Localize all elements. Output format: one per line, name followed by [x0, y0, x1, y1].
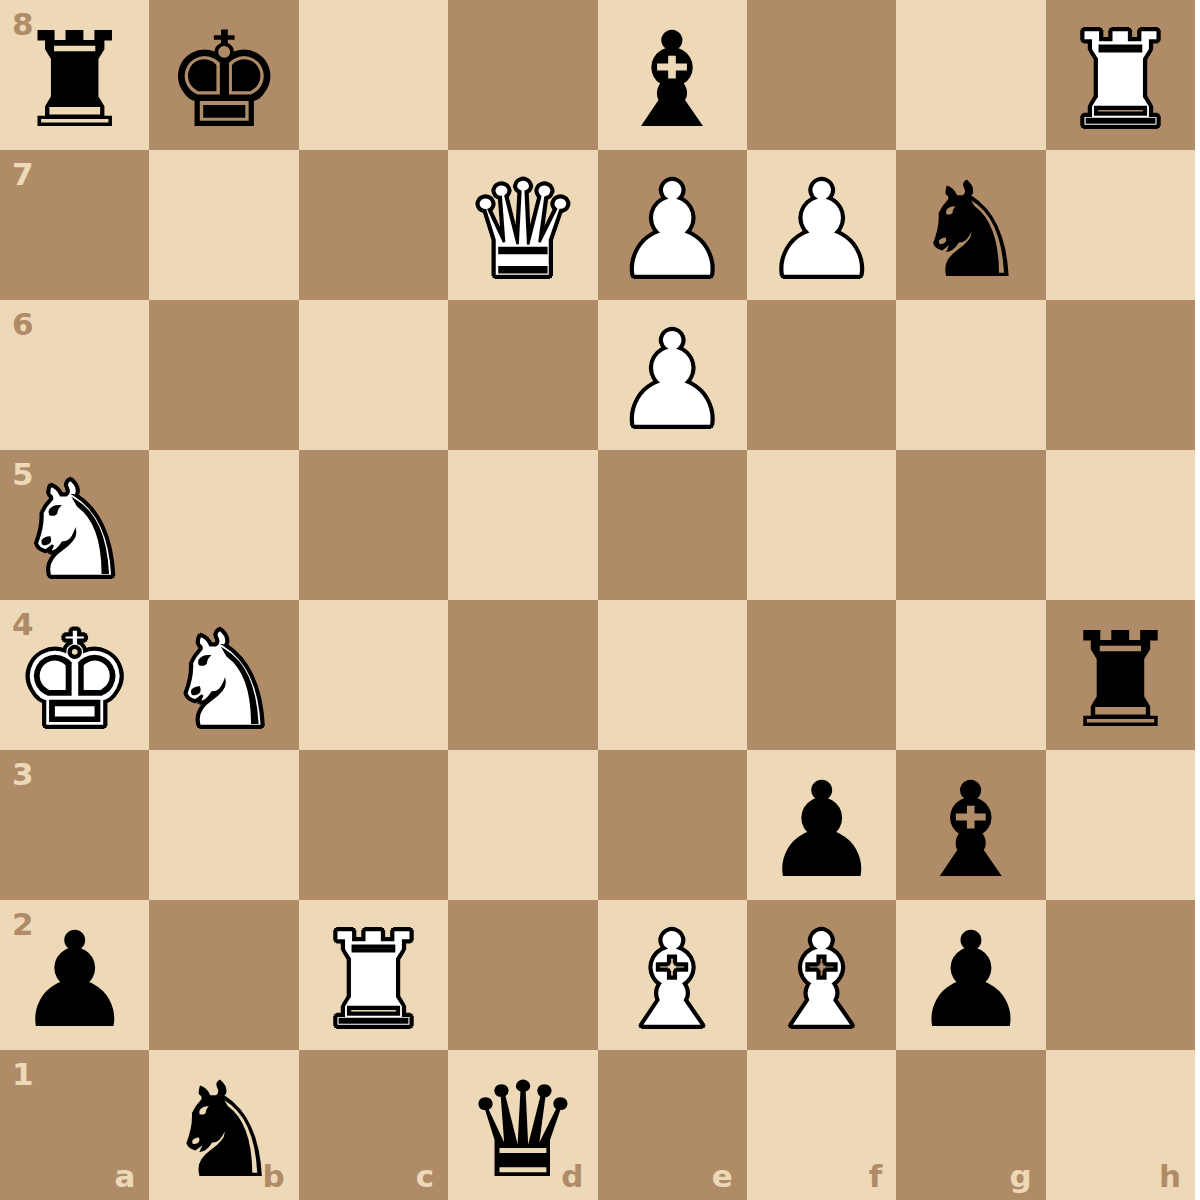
square-h6[interactable] [1046, 300, 1195, 450]
piece-white-rook-h8[interactable]: ♜ [1061, 14, 1179, 146]
file-label-g: g [1009, 1161, 1031, 1192]
piece-white-knight-b4[interactable]: ♞ [165, 614, 283, 746]
square-e2[interactable]: ♝ [598, 900, 747, 1050]
square-a7[interactable]: 7 [0, 150, 149, 300]
square-g1[interactable]: g [896, 1050, 1045, 1200]
piece-black-king-b8[interactable]: ♚ [165, 14, 283, 146]
square-e7[interactable]: ♟ [598, 150, 747, 300]
square-f7[interactable]: ♟ [747, 150, 896, 300]
square-a6[interactable]: 6 [0, 300, 149, 450]
piece-black-pawn-f3[interactable]: ♟ [762, 764, 880, 896]
file-label-f: f [869, 1161, 883, 1192]
square-f5[interactable] [747, 450, 896, 600]
square-a4[interactable]: 4♚ [0, 600, 149, 750]
square-e8[interactable]: ♝ [598, 0, 747, 150]
piece-black-bishop-e8[interactable]: ♝ [613, 14, 731, 146]
square-h8[interactable]: ♜ [1046, 0, 1195, 150]
square-g3[interactable]: ♝ [896, 750, 1045, 900]
square-b7[interactable] [149, 150, 298, 300]
square-b4[interactable]: ♞ [149, 600, 298, 750]
piece-white-rook-c2[interactable]: ♜ [314, 914, 432, 1046]
piece-white-knight-a5[interactable]: ♞ [16, 464, 134, 596]
square-b1[interactable]: b♞ [149, 1050, 298, 1200]
square-g6[interactable] [896, 300, 1045, 450]
square-g8[interactable] [896, 0, 1045, 150]
piece-white-king-a4[interactable]: ♚ [16, 614, 134, 746]
square-d3[interactable] [448, 750, 597, 900]
square-c4[interactable] [299, 600, 448, 750]
piece-white-pawn-e7[interactable]: ♟ [613, 164, 731, 296]
piece-black-pawn-g2[interactable]: ♟ [912, 914, 1030, 1046]
piece-white-bishop-f2[interactable]: ♝ [762, 914, 880, 1046]
square-e1[interactable]: e [598, 1050, 747, 1200]
square-b2[interactable] [149, 900, 298, 1050]
square-h3[interactable] [1046, 750, 1195, 900]
square-h7[interactable] [1046, 150, 1195, 300]
piece-black-rook-a8[interactable]: ♜ [16, 14, 134, 146]
square-b5[interactable] [149, 450, 298, 600]
rank-label-1: 1 [12, 1059, 34, 1090]
piece-black-pawn-a2[interactable]: ♟ [16, 914, 134, 1046]
square-a2[interactable]: 2♟ [0, 900, 149, 1050]
square-d5[interactable] [448, 450, 597, 600]
square-g4[interactable] [896, 600, 1045, 750]
file-label-c: c [416, 1161, 434, 1192]
chess-app-stage: 8♜♚♝♜7♛♟♟♞6♟5♞4♚♞♜3♟♝2♟♜♝♝♟1ab♞cd♛efgh [0, 0, 1200, 1200]
square-a5[interactable]: 5♞ [0, 450, 149, 600]
square-d7[interactable]: ♛ [448, 150, 597, 300]
square-c1[interactable]: c [299, 1050, 448, 1200]
square-a3[interactable]: 3 [0, 750, 149, 900]
square-f3[interactable]: ♟ [747, 750, 896, 900]
square-f8[interactable] [747, 0, 896, 150]
square-c7[interactable] [299, 150, 448, 300]
square-d4[interactable] [448, 600, 597, 750]
piece-white-pawn-f7[interactable]: ♟ [762, 164, 880, 296]
square-g7[interactable]: ♞ [896, 150, 1045, 300]
square-c6[interactable] [299, 300, 448, 450]
chessboard: 8♜♚♝♜7♛♟♟♞6♟5♞4♚♞♜3♟♝2♟♜♝♝♟1ab♞cd♛efgh [0, 0, 1195, 1200]
rank-label-7: 7 [12, 159, 34, 190]
square-e4[interactable] [598, 600, 747, 750]
square-d2[interactable] [448, 900, 597, 1050]
square-f1[interactable]: f [747, 1050, 896, 1200]
square-c2[interactable]: ♜ [299, 900, 448, 1050]
piece-white-queen-d7[interactable]: ♛ [464, 164, 582, 296]
piece-black-knight-g7[interactable]: ♞ [912, 164, 1030, 296]
square-e3[interactable] [598, 750, 747, 900]
rank-label-3: 3 [12, 759, 34, 790]
piece-black-queen-d1[interactable]: ♛ [464, 1064, 582, 1196]
square-c5[interactable] [299, 450, 448, 600]
piece-white-bishop-e2[interactable]: ♝ [613, 914, 731, 1046]
file-label-e: e [712, 1161, 733, 1192]
square-a1[interactable]: 1a [0, 1050, 149, 1200]
square-h5[interactable] [1046, 450, 1195, 600]
piece-black-knight-b1[interactable]: ♞ [165, 1064, 283, 1196]
square-d6[interactable] [448, 300, 597, 450]
square-f4[interactable] [747, 600, 896, 750]
square-e5[interactable] [598, 450, 747, 600]
square-a8[interactable]: 8♜ [0, 0, 149, 150]
square-f2[interactable]: ♝ [747, 900, 896, 1050]
square-b3[interactable] [149, 750, 298, 900]
square-g5[interactable] [896, 450, 1045, 600]
square-c8[interactable] [299, 0, 448, 150]
square-h4[interactable]: ♜ [1046, 600, 1195, 750]
file-label-a: a [114, 1161, 135, 1192]
square-d8[interactable] [448, 0, 597, 150]
square-f6[interactable] [747, 300, 896, 450]
square-e6[interactable]: ♟ [598, 300, 747, 450]
square-g2[interactable]: ♟ [896, 900, 1045, 1050]
square-c3[interactable] [299, 750, 448, 900]
piece-black-bishop-g3[interactable]: ♝ [912, 764, 1030, 896]
square-b8[interactable]: ♚ [149, 0, 298, 150]
square-h1[interactable]: h [1046, 1050, 1195, 1200]
file-label-h: h [1159, 1161, 1181, 1192]
square-h2[interactable] [1046, 900, 1195, 1050]
square-b6[interactable] [149, 300, 298, 450]
piece-white-pawn-e6[interactable]: ♟ [613, 314, 731, 446]
piece-black-rook-h4[interactable]: ♜ [1061, 614, 1179, 746]
rank-label-6: 6 [12, 309, 34, 340]
square-d1[interactable]: d♛ [448, 1050, 597, 1200]
